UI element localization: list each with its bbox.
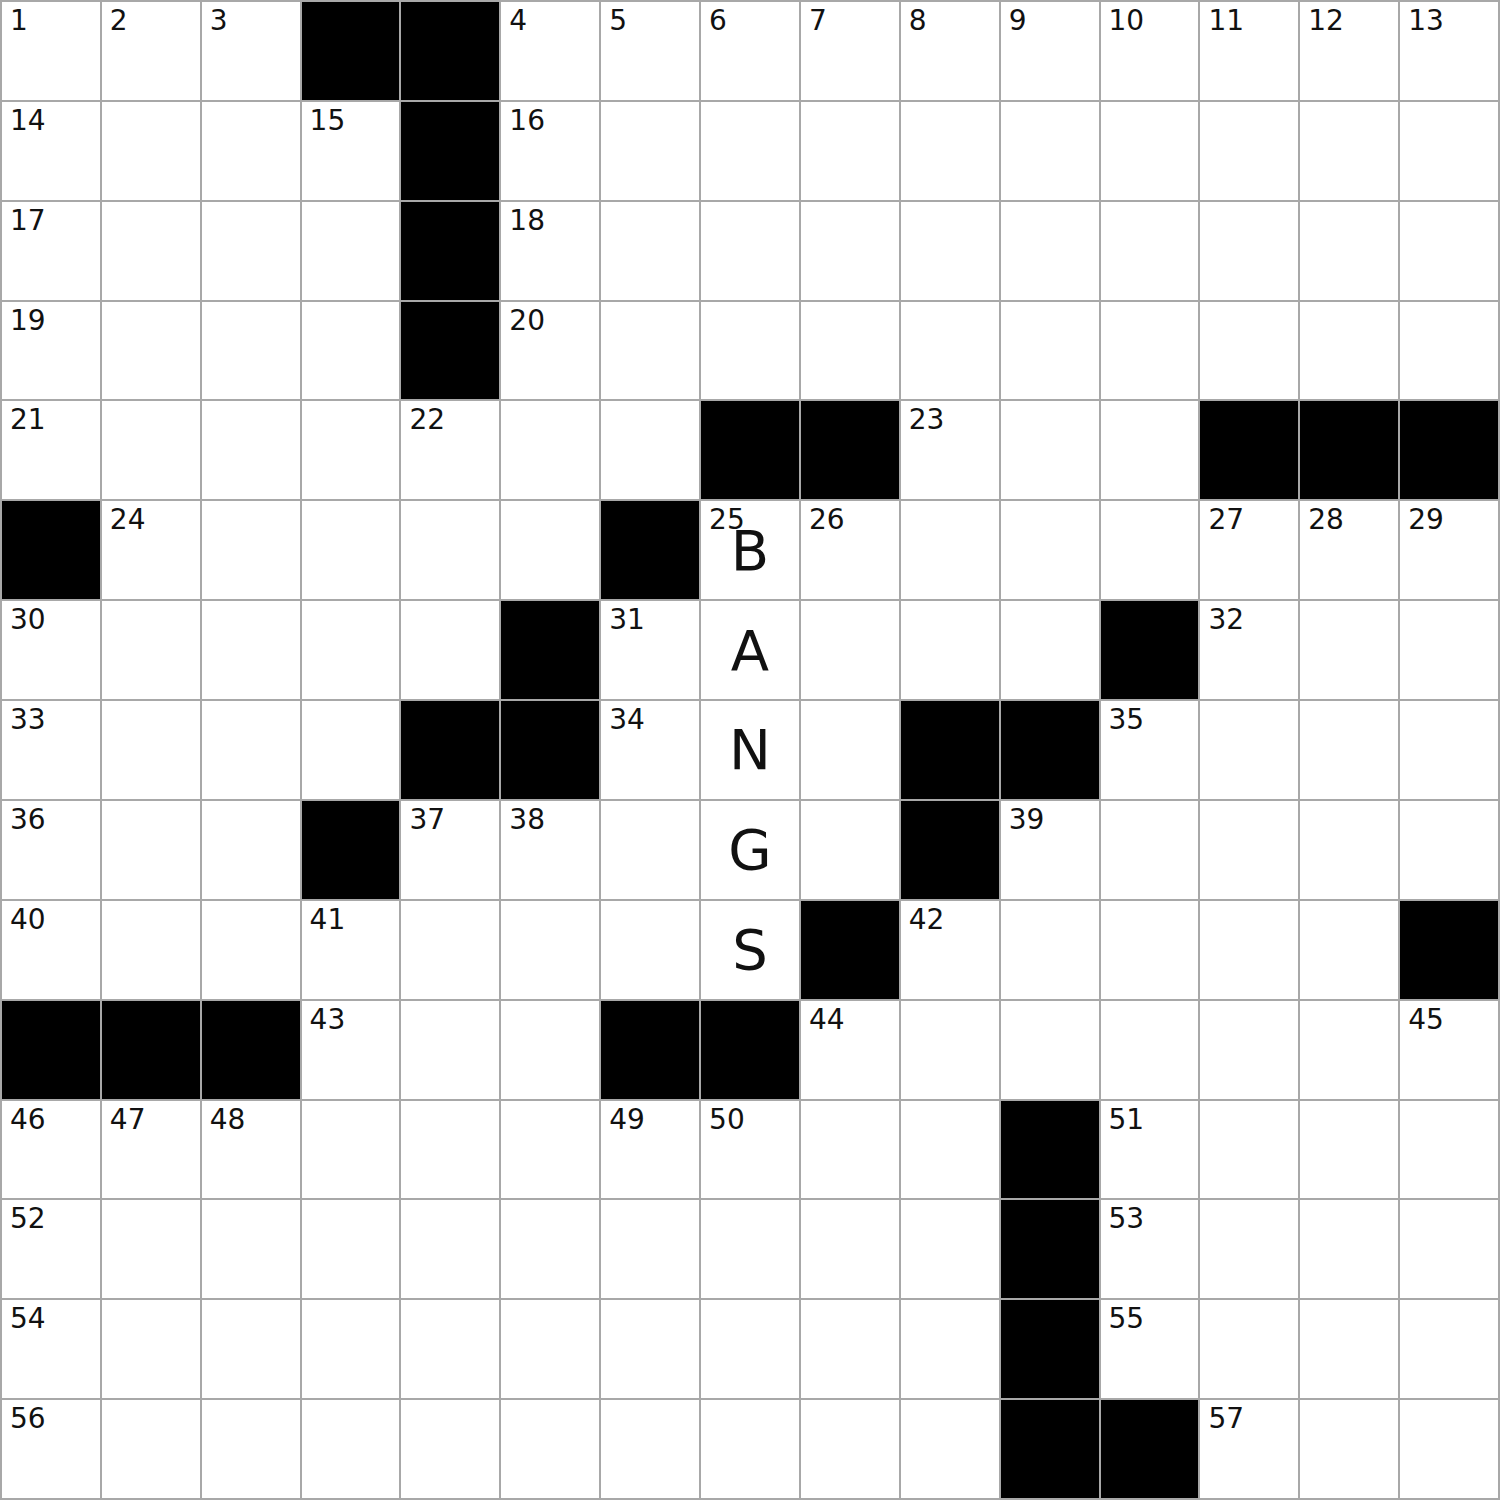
grid-cell[interactable]: 31 xyxy=(601,601,699,699)
grid-cell[interactable] xyxy=(801,801,899,899)
clue-number: 53 xyxy=(1109,1205,1145,1233)
grid-cell[interactable] xyxy=(1300,1200,1398,1298)
grid-cell[interactable] xyxy=(1001,302,1099,400)
grid-cell[interactable]: 24 xyxy=(102,501,200,599)
clue-number: 32 xyxy=(1208,606,1244,634)
black-cell xyxy=(2,1001,100,1099)
black-cell xyxy=(601,1001,699,1099)
grid-cell[interactable] xyxy=(1300,1101,1398,1199)
clue-number: 30 xyxy=(10,606,46,634)
black-cell xyxy=(2,501,100,599)
clue-number: 47 xyxy=(110,1106,146,1134)
grid-cell[interactable] xyxy=(102,1300,200,1398)
clue-number: 41 xyxy=(310,906,346,934)
grid-cell[interactable] xyxy=(601,901,699,999)
grid-cell[interactable]: 15 xyxy=(302,102,400,200)
grid-cell[interactable] xyxy=(102,901,200,999)
grid-cell[interactable]: 1 xyxy=(2,2,100,100)
grid-cell[interactable] xyxy=(1200,701,1298,799)
grid-cell[interactable] xyxy=(1001,202,1099,300)
clue-number: 5 xyxy=(609,7,627,35)
grid-cell[interactable] xyxy=(202,401,300,499)
black-cell xyxy=(302,801,400,899)
grid-cell[interactable]: 16 xyxy=(501,102,599,200)
grid-cell[interactable] xyxy=(1300,102,1398,200)
clue-number: 7 xyxy=(809,7,827,35)
black-cell xyxy=(401,202,499,300)
grid-cell[interactable] xyxy=(1200,901,1298,999)
clue-number: 21 xyxy=(10,406,46,434)
clue-number: 29 xyxy=(1408,506,1444,534)
grid-cell[interactable] xyxy=(501,1400,599,1498)
black-cell xyxy=(401,2,499,100)
black-cell xyxy=(1101,601,1199,699)
clue-number: 17 xyxy=(10,207,46,235)
black-cell xyxy=(801,401,899,499)
grid-cell[interactable] xyxy=(901,1300,999,1398)
grid-cell[interactable]: 4 xyxy=(501,2,599,100)
grid-cell[interactable]: 6 xyxy=(701,2,799,100)
grid-cell[interactable] xyxy=(1200,1200,1298,1298)
grid-cell[interactable] xyxy=(601,1400,699,1498)
grid-cell[interactable] xyxy=(801,1101,899,1199)
grid-cell[interactable] xyxy=(501,1300,599,1398)
grid-cell[interactable] xyxy=(1101,401,1199,499)
grid-cell[interactable] xyxy=(601,401,699,499)
black-cell xyxy=(401,102,499,200)
grid-cell[interactable]: 42 xyxy=(901,901,999,999)
grid-cell[interactable] xyxy=(501,501,599,599)
grid-cell[interactable] xyxy=(1001,401,1099,499)
black-cell xyxy=(1200,401,1298,499)
grid-cell[interactable]: 7 xyxy=(801,2,899,100)
black-cell xyxy=(1001,1300,1099,1398)
grid-cell[interactable] xyxy=(701,1200,799,1298)
black-cell xyxy=(1300,401,1398,499)
clue-number: 43 xyxy=(310,1006,346,1034)
clue-number: 24 xyxy=(110,506,146,534)
grid-cell[interactable] xyxy=(102,202,200,300)
clue-number: 26 xyxy=(809,506,845,534)
grid-cell[interactable] xyxy=(601,801,699,899)
grid-cell[interactable] xyxy=(1400,102,1498,200)
grid-cell[interactable]: 47 xyxy=(102,1101,200,1199)
clue-number: 14 xyxy=(10,107,46,135)
grid-cell[interactable] xyxy=(1300,701,1398,799)
grid-cell[interactable] xyxy=(701,202,799,300)
grid-cell[interactable] xyxy=(601,1300,699,1398)
grid-cell[interactable]: 51 xyxy=(1101,1101,1199,1199)
grid-cell[interactable]: 10 xyxy=(1101,2,1199,100)
clue-number: 50 xyxy=(709,1106,745,1134)
grid-cell[interactable]: 25B xyxy=(701,501,799,599)
grid-cell[interactable] xyxy=(1400,302,1498,400)
grid-cell[interactable]: 44 xyxy=(801,1001,899,1099)
grid-cell[interactable] xyxy=(901,501,999,599)
grid-cell[interactable] xyxy=(1400,202,1498,300)
grid-cell[interactable] xyxy=(302,401,400,499)
grid-cell[interactable] xyxy=(501,1200,599,1298)
grid-cell[interactable] xyxy=(801,102,899,200)
grid-cell[interactable]: 26 xyxy=(801,501,899,599)
clue-number: 33 xyxy=(10,706,46,734)
grid-cell[interactable]: 41 xyxy=(302,901,400,999)
grid-cell[interactable] xyxy=(1101,501,1199,599)
clue-number: 34 xyxy=(609,706,645,734)
grid-cell[interactable] xyxy=(1300,202,1398,300)
grid-cell[interactable]: 20 xyxy=(501,302,599,400)
grid-cell[interactable] xyxy=(1101,302,1199,400)
clue-number: 6 xyxy=(709,7,727,35)
grid-cell[interactable] xyxy=(801,202,899,300)
grid-cell[interactable] xyxy=(1001,501,1099,599)
grid-cell[interactable] xyxy=(302,601,400,699)
grid-cell[interactable] xyxy=(1300,1300,1398,1398)
black-cell xyxy=(701,401,799,499)
grid-cell[interactable]: 37 xyxy=(401,801,499,899)
grid-cell[interactable] xyxy=(202,501,300,599)
black-cell xyxy=(401,302,499,400)
grid-cell[interactable] xyxy=(1200,801,1298,899)
clue-number: 15 xyxy=(310,107,346,135)
grid-cell[interactable]: 39 xyxy=(1001,801,1099,899)
clue-number: 48 xyxy=(210,1106,246,1134)
grid-cell[interactable] xyxy=(1200,302,1298,400)
grid-cell[interactable] xyxy=(102,801,200,899)
grid-cell[interactable] xyxy=(701,302,799,400)
grid-cell[interactable] xyxy=(401,901,499,999)
clue-number: 49 xyxy=(609,1106,645,1134)
grid-cell[interactable]: 38 xyxy=(501,801,599,899)
clue-number: 54 xyxy=(10,1305,46,1333)
clue-number: 40 xyxy=(10,906,46,934)
grid-cell[interactable] xyxy=(1400,601,1498,699)
clue-number: 18 xyxy=(509,207,545,235)
black-cell xyxy=(901,801,999,899)
black-cell xyxy=(1400,401,1498,499)
grid-cell[interactable] xyxy=(1001,901,1099,999)
clue-number: 20 xyxy=(509,307,545,335)
grid-cell[interactable] xyxy=(901,202,999,300)
cell-letter: S xyxy=(701,901,799,999)
black-cell xyxy=(901,701,999,799)
grid-cell[interactable] xyxy=(302,1300,400,1398)
grid-cell[interactable]: 50 xyxy=(701,1101,799,1199)
grid-cell[interactable] xyxy=(401,1001,499,1099)
grid-cell[interactable] xyxy=(901,601,999,699)
black-cell xyxy=(1101,1400,1199,1498)
grid-cell[interactable]: 55 xyxy=(1101,1300,1199,1398)
grid-cell[interactable] xyxy=(1400,701,1498,799)
grid-cell[interactable] xyxy=(202,901,300,999)
grid-cell[interactable] xyxy=(1400,1200,1498,1298)
grid-cell[interactable]: 30 xyxy=(2,601,100,699)
cell-letter: B xyxy=(701,501,799,599)
grid-cell[interactable]: 19 xyxy=(2,302,100,400)
grid-cell[interactable]: 43 xyxy=(302,1001,400,1099)
clue-number: 12 xyxy=(1308,7,1344,35)
grid-cell[interactable] xyxy=(1200,1300,1298,1398)
clue-number: 56 xyxy=(10,1405,46,1433)
grid-cell[interactable] xyxy=(701,102,799,200)
grid-cell[interactable] xyxy=(801,302,899,400)
grid-cell[interactable] xyxy=(401,1200,499,1298)
grid-cell[interactable] xyxy=(1400,801,1498,899)
grid-cell[interactable]: 14 xyxy=(2,102,100,200)
grid-cell[interactable]: 46 xyxy=(2,1101,100,1199)
clue-number: 27 xyxy=(1208,506,1244,534)
grid-cell[interactable]: 12 xyxy=(1300,2,1398,100)
clue-number: 8 xyxy=(909,7,927,35)
grid-cell[interactable]: 56 xyxy=(2,1400,100,1498)
clue-number: 57 xyxy=(1208,1405,1244,1433)
grid-cell[interactable]: 11 xyxy=(1200,2,1298,100)
grid-cell[interactable]: 18 xyxy=(501,202,599,300)
grid-cell[interactable] xyxy=(401,1101,499,1199)
clue-number: 52 xyxy=(10,1205,46,1233)
black-cell xyxy=(102,1001,200,1099)
clue-number: 39 xyxy=(1009,806,1045,834)
grid-cell[interactable] xyxy=(901,102,999,200)
clue-number: 44 xyxy=(809,1006,845,1034)
grid-cell[interactable]: 33 xyxy=(2,701,100,799)
grid-cell[interactable]: A xyxy=(701,601,799,699)
grid-cell[interactable]: 32 xyxy=(1200,601,1298,699)
grid-cell[interactable] xyxy=(102,401,200,499)
clue-number: 13 xyxy=(1408,7,1444,35)
grid-cell[interactable] xyxy=(1300,302,1398,400)
grid-cell[interactable] xyxy=(901,302,999,400)
grid-cell[interactable] xyxy=(1400,1101,1498,1199)
grid-cell[interactable] xyxy=(1400,1400,1498,1498)
clue-number: 38 xyxy=(509,806,545,834)
grid-cell[interactable] xyxy=(601,102,699,200)
grid-cell[interactable] xyxy=(302,501,400,599)
clue-number: 4 xyxy=(509,7,527,35)
grid-cell[interactable] xyxy=(901,1400,999,1498)
grid-cell[interactable]: 21 xyxy=(2,401,100,499)
grid-cell[interactable] xyxy=(102,701,200,799)
clue-number: 42 xyxy=(909,906,945,934)
grid-cell[interactable] xyxy=(501,401,599,499)
grid-cell[interactable]: G xyxy=(701,801,799,899)
black-cell xyxy=(501,601,599,699)
grid-cell[interactable] xyxy=(801,1300,899,1398)
grid-cell[interactable] xyxy=(401,1400,499,1498)
grid-cell[interactable] xyxy=(701,1400,799,1498)
grid-cell[interactable] xyxy=(801,601,899,699)
grid-cell[interactable]: 22 xyxy=(401,401,499,499)
grid-cell[interactable] xyxy=(1101,1001,1199,1099)
grid-cell[interactable]: 36 xyxy=(2,801,100,899)
grid-cell[interactable] xyxy=(302,701,400,799)
grid-cell[interactable] xyxy=(202,202,300,300)
grid-cell[interactable] xyxy=(102,1400,200,1498)
black-cell xyxy=(202,1001,300,1099)
clue-number: 19 xyxy=(10,307,46,335)
grid-cell[interactable] xyxy=(302,202,400,300)
cell-letter: N xyxy=(701,701,799,799)
clue-number: 55 xyxy=(1109,1305,1145,1333)
grid-cell[interactable] xyxy=(202,102,300,200)
grid-cell[interactable] xyxy=(401,1300,499,1398)
grid-cell[interactable] xyxy=(501,1101,599,1199)
grid-cell[interactable]: 34 xyxy=(601,701,699,799)
clue-number: 16 xyxy=(509,107,545,135)
grid-cell[interactable]: 57 xyxy=(1200,1400,1298,1498)
black-cell xyxy=(601,501,699,599)
grid-cell[interactable] xyxy=(1101,801,1199,899)
grid-cell[interactable]: 3 xyxy=(202,2,300,100)
black-cell xyxy=(701,1001,799,1099)
grid-cell[interactable] xyxy=(401,601,499,699)
grid-cell[interactable]: 45 xyxy=(1400,1001,1498,1099)
grid-cell[interactable] xyxy=(1001,102,1099,200)
grid-cell[interactable]: 8 xyxy=(901,2,999,100)
grid-cell[interactable]: 27 xyxy=(1200,501,1298,599)
grid-cell[interactable] xyxy=(501,901,599,999)
grid-cell[interactable] xyxy=(1400,1300,1498,1398)
clue-number: 51 xyxy=(1109,1106,1145,1134)
clue-number: 31 xyxy=(609,606,645,634)
cell-letter: A xyxy=(701,601,799,699)
grid-cell[interactable] xyxy=(202,601,300,699)
grid-cell[interactable] xyxy=(1200,102,1298,200)
grid-cell[interactable] xyxy=(801,1400,899,1498)
clue-number: 35 xyxy=(1109,706,1145,734)
grid-cell[interactable] xyxy=(701,1300,799,1398)
grid-cell[interactable]: 28 xyxy=(1300,501,1398,599)
grid-cell[interactable] xyxy=(1300,601,1398,699)
grid-cell[interactable] xyxy=(801,1200,899,1298)
crossword-board: 1234567891011121314151617181920212223242… xyxy=(0,0,1500,1500)
grid-cell[interactable] xyxy=(302,1200,400,1298)
grid-cell[interactable]: S xyxy=(701,901,799,999)
clue-number: 36 xyxy=(10,806,46,834)
grid-cell[interactable] xyxy=(1101,202,1199,300)
grid-cell[interactable]: 40 xyxy=(2,901,100,999)
grid-cell[interactable] xyxy=(901,1001,999,1099)
grid-cell[interactable] xyxy=(501,1001,599,1099)
grid-cell[interactable]: 52 xyxy=(2,1200,100,1298)
grid-cell[interactable] xyxy=(801,701,899,799)
black-cell xyxy=(302,2,400,100)
grid-cell[interactable]: 23 xyxy=(901,401,999,499)
clue-number: 37 xyxy=(409,806,445,834)
grid-cell[interactable]: 53 xyxy=(1101,1200,1199,1298)
grid-cell[interactable] xyxy=(1001,601,1099,699)
clue-number: 11 xyxy=(1208,7,1244,35)
grid-cell[interactable] xyxy=(401,501,499,599)
grid-cell[interactable] xyxy=(1200,1101,1298,1199)
black-cell xyxy=(501,701,599,799)
grid-cell[interactable] xyxy=(202,1300,300,1398)
grid-cell[interactable] xyxy=(102,601,200,699)
grid-cell[interactable] xyxy=(1001,1001,1099,1099)
grid-cell[interactable] xyxy=(901,1101,999,1199)
grid-cell[interactable]: 17 xyxy=(2,202,100,300)
clue-number: 3 xyxy=(210,7,228,35)
grid-cell[interactable] xyxy=(1300,1001,1398,1099)
grid-cell[interactable] xyxy=(202,801,300,899)
grid-cell[interactable] xyxy=(202,1200,300,1298)
grid-cell[interactable] xyxy=(1200,202,1298,300)
grid-cell[interactable]: 5 xyxy=(601,2,699,100)
black-cell xyxy=(1001,1400,1099,1498)
black-cell xyxy=(401,701,499,799)
grid-cell[interactable] xyxy=(1300,801,1398,899)
grid-cell[interactable]: 54 xyxy=(2,1300,100,1398)
grid-cell[interactable]: 2 xyxy=(102,2,200,100)
black-cell xyxy=(1400,901,1498,999)
clue-number: 45 xyxy=(1408,1006,1444,1034)
cell-letter: G xyxy=(701,801,799,899)
grid-cell[interactable] xyxy=(202,302,300,400)
grid-cell[interactable] xyxy=(102,302,200,400)
grid-cell[interactable]: 48 xyxy=(202,1101,300,1199)
grid-cell[interactable]: 49 xyxy=(601,1101,699,1199)
black-cell xyxy=(801,901,899,999)
grid-cell[interactable] xyxy=(102,102,200,200)
grid-cell[interactable] xyxy=(1101,901,1199,999)
grid-cell[interactable] xyxy=(1300,1400,1398,1498)
grid-cell[interactable]: 9 xyxy=(1001,2,1099,100)
clue-number: 22 xyxy=(409,406,445,434)
clue-number: 1 xyxy=(10,7,28,35)
grid-cell[interactable]: N xyxy=(701,701,799,799)
clue-number: 46 xyxy=(10,1106,46,1134)
grid-cell[interactable]: 35 xyxy=(1101,701,1199,799)
black-cell xyxy=(1001,701,1099,799)
grid-cell[interactable] xyxy=(302,1400,400,1498)
grid-cell[interactable] xyxy=(601,1200,699,1298)
clue-number: 2 xyxy=(110,7,128,35)
grid-cell[interactable] xyxy=(302,1101,400,1199)
grid-cell[interactable] xyxy=(601,302,699,400)
grid-cell[interactable] xyxy=(202,701,300,799)
grid-cell[interactable] xyxy=(1200,1001,1298,1099)
clue-number: 9 xyxy=(1009,7,1027,35)
grid-cell[interactable] xyxy=(601,202,699,300)
grid-cell[interactable] xyxy=(302,302,400,400)
grid-cell[interactable] xyxy=(1300,901,1398,999)
grid-cell[interactable] xyxy=(102,1200,200,1298)
grid-cell[interactable]: 29 xyxy=(1400,501,1498,599)
grid-cell[interactable] xyxy=(901,1200,999,1298)
grid-cell[interactable] xyxy=(202,1400,300,1498)
clue-number: 23 xyxy=(909,406,945,434)
clue-number: 28 xyxy=(1308,506,1344,534)
grid-cell[interactable] xyxy=(1101,102,1199,200)
black-cell xyxy=(1001,1101,1099,1199)
grid-cell[interactable]: 13 xyxy=(1400,2,1498,100)
clue-number: 10 xyxy=(1109,7,1145,35)
black-cell xyxy=(1001,1200,1099,1298)
